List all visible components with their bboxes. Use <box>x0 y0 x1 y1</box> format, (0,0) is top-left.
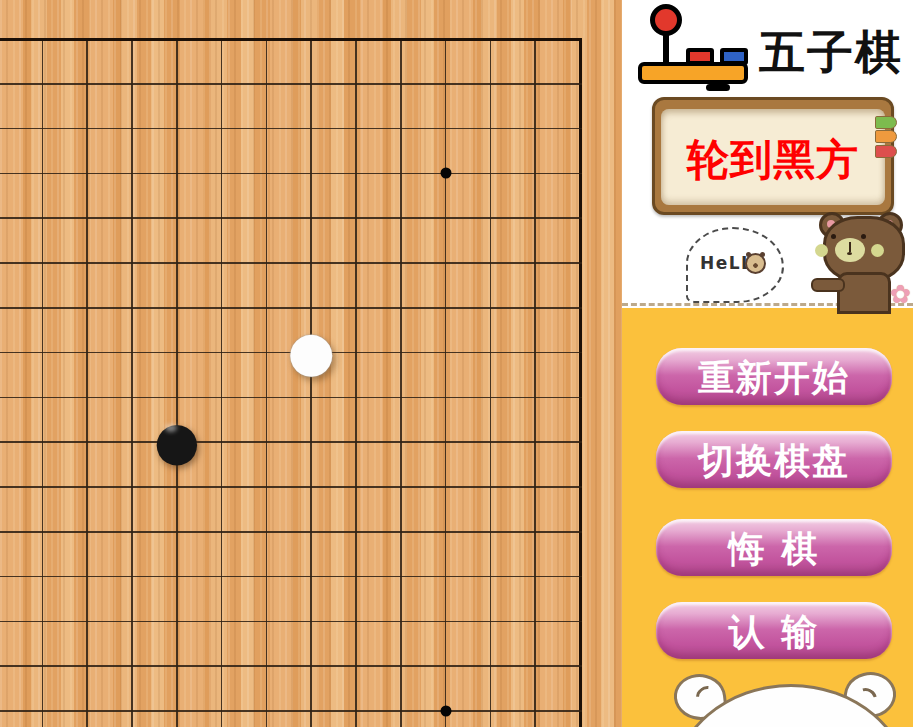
speech-bubble: HeLL <box>686 227 784 303</box>
switch-board-button[interactable]: 切换棋盘 <box>656 431 892 488</box>
stone-white: ● <box>287 323 335 378</box>
board-grid[interactable]: ●● <box>0 0 622 727</box>
turn-banner: 轮到黑方 <box>652 97 894 215</box>
grid-vline <box>176 38 178 727</box>
grid-hline <box>0 531 582 533</box>
grid-hline <box>0 38 582 41</box>
star-point <box>440 706 451 717</box>
turn-indicator-text: 轮到黑方 <box>655 132 891 188</box>
flower-icon: ✿ <box>890 280 911 309</box>
resign-button[interactable]: 认 输 <box>656 602 892 659</box>
gomoku-app: ●● 五子棋 轮到黑方 HeLL <box>0 0 913 727</box>
grid-hline <box>0 710 582 712</box>
grid-hline <box>0 217 582 219</box>
grid-vline <box>42 38 44 727</box>
grid-hline <box>0 307 582 309</box>
undo-button[interactable]: 悔 棋 <box>656 519 892 576</box>
stone-black: ● <box>154 414 200 467</box>
grid-hline <box>0 173 582 175</box>
grid-vline <box>131 38 133 727</box>
grid-hline <box>0 621 582 623</box>
joystick-icon <box>636 3 756 91</box>
star-point <box>440 168 451 179</box>
grid-hline <box>0 83 582 85</box>
grid-hline <box>0 262 582 264</box>
grid-vline <box>86 38 88 727</box>
grid-vline <box>445 38 447 727</box>
restart-button[interactable]: 重新开始 <box>656 348 892 405</box>
grid-vline <box>266 38 268 727</box>
grid-vline <box>579 38 582 727</box>
app-title: 五子棋 <box>759 22 903 84</box>
grid-vline <box>490 38 492 727</box>
grid-hline <box>0 397 582 399</box>
grid-hline <box>0 576 582 578</box>
grid-vline <box>221 38 223 727</box>
grid-hline <box>0 441 582 443</box>
bear-face-icon <box>745 253 766 274</box>
grid-vline <box>355 38 357 727</box>
banner-tab-green <box>875 116 897 129</box>
grid-hline <box>0 486 582 488</box>
sidebar: 五子棋 轮到黑方 HeLL ✿ 重新开始 切换棋盘 悔 棋 认 输 <box>622 0 913 727</box>
header: 五子棋 <box>622 0 913 96</box>
grid-vline <box>534 38 536 727</box>
grid-hline <box>0 665 582 667</box>
grid-vline <box>400 38 402 727</box>
grid-hline <box>0 128 582 130</box>
